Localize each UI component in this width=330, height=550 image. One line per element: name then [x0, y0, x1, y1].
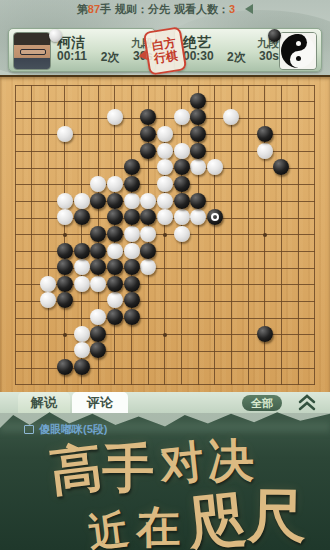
stone-black	[107, 259, 123, 275]
stone-black	[190, 109, 206, 125]
stone-white	[190, 209, 206, 225]
stone-black	[107, 309, 123, 325]
stone-white	[57, 126, 73, 142]
stone-white	[57, 193, 73, 209]
stone-black	[74, 243, 90, 259]
calligraphy-char: 在	[136, 498, 181, 550]
stone-white	[223, 109, 239, 125]
stone-black	[90, 226, 106, 242]
rules-label: 规则：分先	[115, 2, 170, 17]
stone-white	[140, 259, 156, 275]
grid-line-v	[298, 85, 299, 385]
stone-black	[174, 159, 190, 175]
stone-white	[40, 292, 56, 308]
periods-black: 2次	[227, 49, 246, 66]
bottom-tab-bar: 解说 评论 全部	[0, 392, 330, 413]
star-point	[263, 233, 267, 237]
grid-line-h	[15, 351, 315, 352]
stone-black	[90, 342, 106, 358]
stone-black	[107, 209, 123, 225]
stone-white	[190, 159, 206, 175]
stone-white	[174, 109, 190, 125]
stone-white	[124, 193, 140, 209]
stone-black	[124, 292, 140, 308]
stone-black	[74, 359, 90, 375]
turn-arrow-icon	[138, 50, 147, 61]
stone-black	[74, 209, 90, 225]
viewers-label: 观看人数：3	[174, 2, 235, 17]
stone-black	[273, 159, 289, 175]
stone-white	[107, 176, 123, 192]
jueyi-avatar	[279, 32, 317, 70]
stone-black	[140, 143, 156, 159]
stone-black	[190, 193, 206, 209]
go-board[interactable]	[0, 75, 330, 393]
grid-line-v	[231, 85, 232, 385]
stone-white	[157, 209, 173, 225]
stone-white	[140, 193, 156, 209]
player-card-black: 绝艺 九段 00:30 2次 30s	[174, 28, 322, 72]
stone-white	[107, 109, 123, 125]
collapse-chevron-icon[interactable]	[296, 394, 318, 411]
stone-white	[74, 276, 90, 292]
stone-white	[90, 309, 106, 325]
stone-black	[90, 326, 106, 342]
stone-black	[190, 93, 206, 109]
stone-white	[57, 209, 73, 225]
stone-white	[124, 226, 140, 242]
stone-white	[40, 276, 56, 292]
stone-black	[107, 193, 123, 209]
stone-black	[124, 209, 140, 225]
stone-white	[124, 243, 140, 259]
stone-black	[174, 193, 190, 209]
stone-black	[124, 159, 140, 175]
stone-black	[124, 309, 140, 325]
stone-black	[257, 326, 273, 342]
stone-black	[57, 359, 73, 375]
stone-white	[90, 276, 106, 292]
stone-black	[140, 209, 156, 225]
kejie-avatar	[13, 32, 51, 70]
stone-white	[107, 243, 123, 259]
stone-white	[174, 143, 190, 159]
stone-white	[157, 193, 173, 209]
stone-white	[74, 259, 90, 275]
stone-black	[57, 259, 73, 275]
tab-comments[interactable]: 评论	[72, 392, 128, 413]
banner-line2: 近在咫尺	[86, 476, 308, 550]
stone-white	[90, 176, 106, 192]
stone-black	[140, 126, 156, 142]
period-time-black: 30s	[259, 49, 279, 66]
stone-white	[107, 292, 123, 308]
stone-black	[57, 276, 73, 292]
move-counter: 第87手	[77, 2, 111, 17]
clock-black: 00:30	[183, 49, 214, 66]
stone-black	[124, 176, 140, 192]
calligraphy-char: 近	[85, 501, 131, 550]
stone-white	[157, 143, 173, 159]
all-filter-button[interactable]: 全部	[242, 395, 282, 411]
stone-white	[174, 226, 190, 242]
glasses-detail	[20, 49, 46, 55]
app-screen: 第87手 规则：分先 观看人数：3 柯洁 九段 00:11 2次 30s 白方行…	[0, 0, 330, 550]
white-to-move-stamp: 白方行棋	[143, 26, 187, 75]
black-stone-badge	[268, 29, 281, 42]
stone-white	[174, 209, 190, 225]
stone-white	[74, 342, 90, 358]
white-stone-badge	[49, 29, 62, 42]
stone-black	[90, 243, 106, 259]
calligraphy-char: 咫	[184, 480, 250, 550]
player-card-white: 柯洁 九段 00:11 2次 30s	[8, 28, 156, 72]
stone-black	[90, 193, 106, 209]
stone-white	[207, 159, 223, 175]
last-move-marker	[211, 213, 219, 221]
calligraphy-char: 尺	[247, 477, 306, 550]
stone-black	[57, 243, 73, 259]
stone-black	[107, 276, 123, 292]
periods-white: 2次	[101, 49, 120, 66]
stone-black	[174, 176, 190, 192]
grid-line-v	[248, 85, 249, 385]
grid-line-v	[314, 85, 315, 385]
stone-black	[190, 143, 206, 159]
stone-black	[57, 292, 73, 308]
stone-white	[74, 193, 90, 209]
avatar-photo	[14, 33, 50, 69]
stone-white	[157, 159, 173, 175]
grid-line-v	[281, 85, 282, 385]
star-point	[63, 333, 67, 337]
stone-white	[140, 226, 156, 242]
grid-line-v	[214, 85, 215, 385]
star-point	[163, 333, 167, 337]
collapse-left-icon[interactable]	[245, 4, 253, 14]
stone-black	[207, 209, 223, 225]
stone-white	[157, 126, 173, 142]
stone-black	[107, 226, 123, 242]
status-bar: 第87手 规则：分先 观看人数：3	[0, 1, 330, 17]
star-point	[163, 233, 167, 237]
chat-checkbox-icon[interactable]	[24, 425, 34, 434]
stone-black	[140, 243, 156, 259]
tab-commentary[interactable]: 解说	[18, 392, 70, 413]
clock-white: 00:11	[57, 49, 87, 66]
yinyang-icon	[281, 34, 315, 68]
stone-white	[74, 326, 90, 342]
stone-black	[124, 259, 140, 275]
stone-black	[190, 126, 206, 142]
ink-banner-area: 傻眼嘟咪(5段) 高手对决 近在咫尺	[0, 408, 330, 550]
grid-line-h	[15, 384, 315, 385]
stone-white	[157, 176, 173, 192]
stone-white	[257, 143, 273, 159]
stone-black	[90, 259, 106, 275]
star-point	[63, 233, 67, 237]
stone-black	[140, 109, 156, 125]
stone-black	[257, 126, 273, 142]
stone-black	[124, 276, 140, 292]
grid-line-h	[15, 318, 315, 319]
